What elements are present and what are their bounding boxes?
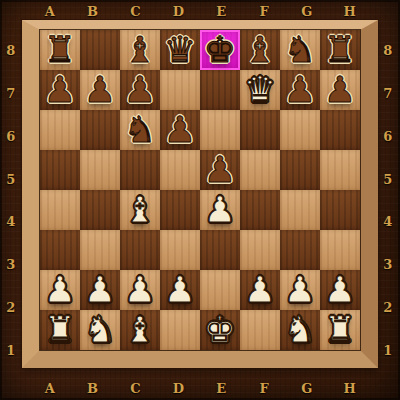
square-a2[interactable]: ♟ (40, 270, 80, 310)
square-f7[interactable]: ♛ (240, 70, 280, 110)
rank-label-left-8: 8 (6, 43, 16, 58)
white-rook[interactable]: ♜ (40, 310, 80, 350)
square-a6[interactable] (40, 110, 80, 150)
rank-label-right-5: 5 (383, 171, 393, 186)
square-a5[interactable] (40, 150, 80, 190)
square-d5[interactable] (160, 150, 200, 190)
rank-label-left-5: 5 (6, 171, 16, 186)
square-c2[interactable]: ♟ (120, 270, 160, 310)
file-label-bottom-b: B (87, 381, 99, 396)
square-g4[interactable] (280, 190, 320, 230)
black-bishop[interactable]: ♝ (120, 30, 160, 70)
square-a7[interactable]: ♟ (40, 70, 80, 110)
file-label-bottom-d: D (173, 381, 185, 396)
square-c6[interactable]: ♞ (120, 110, 160, 150)
white-knight[interactable]: ♞ (280, 310, 320, 350)
white-pawn[interactable]: ♟ (40, 270, 80, 310)
rank-label-right-8: 8 (383, 43, 393, 58)
square-f2[interactable]: ♟ (240, 270, 280, 310)
rank-label-right-6: 6 (383, 128, 393, 143)
square-f1[interactable] (240, 310, 280, 350)
square-c1[interactable]: ♝ (120, 310, 160, 350)
white-king[interactable]: ♚ (200, 310, 240, 350)
square-g3[interactable] (280, 230, 320, 270)
rank-label-left-4: 4 (6, 214, 16, 229)
black-pawn[interactable]: ♟ (280, 70, 320, 110)
square-d1[interactable] (160, 310, 200, 350)
square-c8[interactable]: ♝ (120, 30, 160, 70)
file-label-bottom-g: G (301, 381, 313, 396)
black-pawn[interactable]: ♟ (40, 70, 80, 110)
square-b8[interactable] (80, 30, 120, 70)
file-label-top-b: B (87, 4, 99, 19)
file-label-bottom-a: A (45, 381, 56, 396)
rank-label-left-6: 6 (6, 128, 16, 143)
square-e8[interactable]: ♚ (200, 30, 240, 70)
file-label-bottom-e: E (216, 381, 226, 396)
black-rook[interactable]: ♜ (40, 30, 80, 70)
square-d2[interactable]: ♟ (160, 270, 200, 310)
square-a3[interactable] (40, 230, 80, 270)
black-pawn[interactable]: ♟ (160, 110, 200, 150)
square-f3[interactable] (240, 230, 280, 270)
rank-label-right-3: 3 (383, 257, 393, 272)
square-e3[interactable] (200, 230, 240, 270)
file-label-top-e: E (216, 4, 226, 19)
square-g2[interactable]: ♟ (280, 270, 320, 310)
file-label-top-f: F (259, 4, 269, 19)
board-frame-bevel: ♜♝♛♚♝♞♜♟♟♟♛♟♟♞♟♟♝♟♟♟♟♟♟♟♟♜♞♝♚♞♜ (22, 20, 378, 368)
square-f5[interactable] (240, 150, 280, 190)
white-pawn[interactable]: ♟ (80, 270, 120, 310)
square-d7[interactable] (160, 70, 200, 110)
rank-label-left-1: 1 (6, 343, 16, 358)
black-pawn[interactable]: ♟ (200, 150, 240, 190)
black-knight[interactable]: ♞ (120, 110, 160, 150)
white-pawn[interactable]: ♟ (240, 270, 280, 310)
square-g8[interactable]: ♞ (280, 30, 320, 70)
white-pawn[interactable]: ♟ (160, 270, 200, 310)
black-pawn[interactable]: ♟ (120, 70, 160, 110)
square-g7[interactable]: ♟ (280, 70, 320, 110)
square-h1[interactable]: ♜ (320, 310, 360, 350)
square-b2[interactable]: ♟ (80, 270, 120, 310)
square-a1[interactable]: ♜ (40, 310, 80, 350)
square-h6[interactable] (320, 110, 360, 150)
square-e4[interactable]: ♟ (200, 190, 240, 230)
white-rook[interactable]: ♜ (320, 310, 360, 350)
square-e7[interactable] (200, 70, 240, 110)
black-queen[interactable]: ♛ (160, 30, 200, 70)
square-h7[interactable]: ♟ (320, 70, 360, 110)
square-h3[interactable] (320, 230, 360, 270)
white-bishop[interactable]: ♝ (120, 310, 160, 350)
square-a4[interactable] (40, 190, 80, 230)
square-c4[interactable]: ♝ (120, 190, 160, 230)
black-pawn[interactable]: ♟ (320, 70, 360, 110)
white-bishop[interactable]: ♝ (120, 190, 160, 230)
square-e5[interactable]: ♟ (200, 150, 240, 190)
rank-label-right-4: 4 (383, 214, 393, 229)
rank-label-right-1: 1 (383, 343, 393, 358)
white-pawn[interactable]: ♟ (200, 190, 240, 230)
black-rook[interactable]: ♜ (320, 30, 360, 70)
white-pawn[interactable]: ♟ (320, 270, 360, 310)
rank-label-left-3: 3 (6, 257, 16, 272)
square-d6[interactable]: ♟ (160, 110, 200, 150)
white-queen[interactable]: ♛ (240, 70, 280, 110)
file-label-top-d: D (173, 4, 185, 19)
square-b7[interactable]: ♟ (80, 70, 120, 110)
black-knight[interactable]: ♞ (280, 30, 320, 70)
file-label-top-c: C (130, 4, 141, 19)
square-b6[interactable] (80, 110, 120, 150)
black-pawn[interactable]: ♟ (80, 70, 120, 110)
square-g5[interactable] (280, 150, 320, 190)
square-b5[interactable] (80, 150, 120, 190)
rank-label-right-7: 7 (383, 85, 393, 100)
chess-board: ♜♝♛♚♝♞♜♟♟♟♛♟♟♞♟♟♝♟♟♟♟♟♟♟♟♜♞♝♚♞♜ (40, 30, 360, 350)
rank-label-left-2: 2 (6, 300, 16, 315)
square-h2[interactable]: ♟ (320, 270, 360, 310)
square-c7[interactable]: ♟ (120, 70, 160, 110)
square-f8[interactable]: ♝ (240, 30, 280, 70)
file-label-bottom-c: C (130, 381, 141, 396)
black-bishop[interactable]: ♝ (240, 30, 280, 70)
square-e2[interactable] (200, 270, 240, 310)
square-e6[interactable] (200, 110, 240, 150)
white-knight[interactable]: ♞ (80, 310, 120, 350)
square-g6[interactable] (280, 110, 320, 150)
square-d3[interactable] (160, 230, 200, 270)
square-b3[interactable] (80, 230, 120, 270)
square-f6[interactable] (240, 110, 280, 150)
rank-label-left-7: 7 (6, 85, 16, 100)
white-pawn[interactable]: ♟ (280, 270, 320, 310)
rank-label-right-2: 2 (383, 300, 393, 315)
square-c5[interactable] (120, 150, 160, 190)
square-d4[interactable] (160, 190, 200, 230)
white-pawn[interactable]: ♟ (120, 270, 160, 310)
square-e1[interactable]: ♚ (200, 310, 240, 350)
square-h4[interactable] (320, 190, 360, 230)
file-label-top-g: G (301, 4, 313, 19)
square-g1[interactable]: ♞ (280, 310, 320, 350)
square-c3[interactable] (120, 230, 160, 270)
file-label-bottom-h: H (344, 381, 357, 396)
square-f4[interactable] (240, 190, 280, 230)
file-label-top-a: A (45, 4, 56, 19)
square-d8[interactable]: ♛ (160, 30, 200, 70)
square-a8[interactable]: ♜ (40, 30, 80, 70)
black-king[interactable]: ♚ (200, 30, 240, 70)
square-b4[interactable] (80, 190, 120, 230)
square-h8[interactable]: ♜ (320, 30, 360, 70)
square-h5[interactable] (320, 150, 360, 190)
file-label-bottom-f: F (259, 381, 269, 396)
square-b1[interactable]: ♞ (80, 310, 120, 350)
file-label-top-h: H (344, 4, 357, 19)
chess-app-window: ♜♝♛♚♝♞♜♟♟♟♛♟♟♞♟♟♝♟♟♟♟♟♟♟♟♜♞♝♚♞♜ AABBCCDD… (0, 0, 400, 400)
